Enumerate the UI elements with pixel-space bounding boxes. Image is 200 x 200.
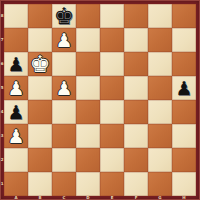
square-b5[interactable] (28, 76, 52, 100)
square-h6[interactable] (172, 52, 196, 76)
square-e5[interactable] (100, 76, 124, 100)
square-g1[interactable] (148, 172, 172, 196)
white-king[interactable]: ♚ (30, 52, 51, 76)
square-c2[interactable] (52, 148, 76, 172)
square-g3[interactable] (148, 124, 172, 148)
square-d8[interactable] (76, 4, 100, 28)
square-f7[interactable] (124, 28, 148, 52)
square-b3[interactable] (28, 124, 52, 148)
square-b8[interactable] (28, 4, 52, 28)
square-e1[interactable] (100, 172, 124, 196)
square-a6[interactable]: ♟ (4, 52, 28, 76)
square-a8[interactable] (4, 4, 28, 28)
square-f8[interactable] (124, 4, 148, 28)
square-e2[interactable] (100, 148, 124, 172)
square-f4[interactable] (124, 100, 148, 124)
square-f2[interactable] (124, 148, 148, 172)
square-a1[interactable] (4, 172, 28, 196)
black-pawn[interactable]: ♟ (7, 100, 24, 124)
square-g2[interactable] (148, 148, 172, 172)
square-g4[interactable] (148, 100, 172, 124)
square-c1[interactable] (52, 172, 76, 196)
black-king[interactable]: ♚ (54, 4, 75, 28)
square-c4[interactable] (52, 100, 76, 124)
square-g6[interactable] (148, 52, 172, 76)
square-c8[interactable]: ♚ (52, 4, 76, 28)
white-pawn[interactable]: ♟ (55, 76, 72, 100)
square-b7[interactable] (28, 28, 52, 52)
chess-board: ♚♟♟♚♟♟♟♟♟ (4, 4, 196, 196)
square-h8[interactable] (172, 4, 196, 28)
black-pawn[interactable]: ♟ (7, 52, 24, 76)
square-b1[interactable] (28, 172, 52, 196)
square-g7[interactable] (148, 28, 172, 52)
square-h1[interactable] (172, 172, 196, 196)
square-h3[interactable] (172, 124, 196, 148)
square-g8[interactable] (148, 4, 172, 28)
square-d3[interactable] (76, 124, 100, 148)
white-pawn[interactable]: ♟ (7, 76, 24, 100)
square-h4[interactable] (172, 100, 196, 124)
square-e6[interactable] (100, 52, 124, 76)
square-d6[interactable] (76, 52, 100, 76)
square-f1[interactable] (124, 172, 148, 196)
square-b4[interactable] (28, 100, 52, 124)
square-e8[interactable] (100, 4, 124, 28)
square-g5[interactable] (148, 76, 172, 100)
square-h5[interactable]: ♟ (172, 76, 196, 100)
square-h7[interactable] (172, 28, 196, 52)
square-d1[interactable] (76, 172, 100, 196)
square-h2[interactable] (172, 148, 196, 172)
square-a2[interactable] (4, 148, 28, 172)
square-a3[interactable]: ♟ (4, 124, 28, 148)
square-c7[interactable]: ♟ (52, 28, 76, 52)
square-d7[interactable] (76, 28, 100, 52)
white-pawn[interactable]: ♟ (55, 28, 72, 52)
square-e3[interactable] (100, 124, 124, 148)
square-f5[interactable] (124, 76, 148, 100)
square-e4[interactable] (100, 100, 124, 124)
square-a4[interactable]: ♟ (4, 100, 28, 124)
square-c5[interactable]: ♟ (52, 76, 76, 100)
square-d2[interactable] (76, 148, 100, 172)
square-e7[interactable] (100, 28, 124, 52)
square-b2[interactable] (28, 148, 52, 172)
square-d4[interactable] (76, 100, 100, 124)
square-f3[interactable] (124, 124, 148, 148)
square-b6[interactable]: ♚ (28, 52, 52, 76)
black-pawn[interactable]: ♟ (175, 76, 192, 100)
square-c3[interactable] (52, 124, 76, 148)
square-d5[interactable] (76, 76, 100, 100)
square-a7[interactable] (4, 28, 28, 52)
square-a5[interactable]: ♟ (4, 76, 28, 100)
chess-board-screenshot: 87654321 ABCDEFGH ♚♟♟♚♟♟♟♟♟ (0, 0, 200, 200)
square-c6[interactable] (52, 52, 76, 76)
white-pawn[interactable]: ♟ (7, 124, 24, 148)
square-f6[interactable] (124, 52, 148, 76)
